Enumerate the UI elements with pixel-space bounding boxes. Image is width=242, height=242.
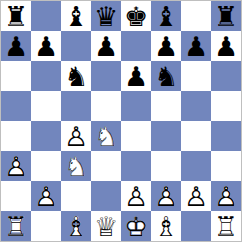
piece-white-pawn[interactable]: ♟♙: [121, 181, 151, 211]
piece-white-pawn[interactable]: ♟♙: [1, 151, 31, 181]
square-c6[interactable]: ♞: [61, 61, 91, 91]
piece-white-bishop[interactable]: ♝♗: [61, 211, 91, 241]
square-d2[interactable]: [91, 181, 121, 211]
square-f4[interactable]: [151, 121, 181, 151]
square-f2[interactable]: ♟♙: [151, 181, 181, 211]
piece-black-pawn[interactable]: ♟: [31, 31, 61, 61]
piece-white-knight[interactable]: ♞♘: [91, 121, 121, 151]
square-c4[interactable]: ♟♙: [61, 121, 91, 151]
piece-outline: ♙: [61, 121, 91, 151]
square-h3[interactable]: [211, 151, 241, 181]
square-b8[interactable]: [31, 1, 61, 31]
piece-black-pawn[interactable]: ♟: [121, 61, 151, 91]
piece-white-king[interactable]: ♚♔: [121, 211, 151, 241]
square-c3[interactable]: ♞♘: [61, 151, 91, 181]
square-c8[interactable]: ♝: [61, 1, 91, 31]
piece-outline: ♘: [91, 121, 121, 151]
piece-outline: ♖: [211, 211, 241, 241]
square-h1[interactable]: ♜♖: [211, 211, 241, 241]
piece-outline: ♙: [31, 181, 61, 211]
square-g1[interactable]: [181, 211, 211, 241]
square-a5[interactable]: [1, 91, 31, 121]
piece-outline: ♙: [151, 181, 181, 211]
square-e7[interactable]: [121, 31, 151, 61]
square-d6[interactable]: [91, 61, 121, 91]
square-g3[interactable]: [181, 151, 211, 181]
square-h5[interactable]: [211, 91, 241, 121]
piece-white-pawn[interactable]: ♟♙: [151, 181, 181, 211]
square-c5[interactable]: [61, 91, 91, 121]
piece-white-pawn[interactable]: ♟♙: [211, 181, 241, 211]
square-b3[interactable]: [31, 151, 61, 181]
square-a7[interactable]: ♟: [1, 31, 31, 61]
piece-black-knight[interactable]: ♞: [151, 61, 181, 91]
piece-white-bishop[interactable]: ♝♗: [151, 211, 181, 241]
piece-outline: ♙: [1, 151, 31, 181]
piece-white-pawn[interactable]: ♟♙: [181, 181, 211, 211]
square-g5[interactable]: [181, 91, 211, 121]
square-e2[interactable]: ♟♙: [121, 181, 151, 211]
piece-black-pawn[interactable]: ♟: [211, 31, 241, 61]
square-f6[interactable]: ♞: [151, 61, 181, 91]
piece-white-knight[interactable]: ♞♘: [61, 151, 91, 181]
piece-black-bishop[interactable]: ♝: [151, 1, 181, 31]
square-e3[interactable]: [121, 151, 151, 181]
piece-black-pawn[interactable]: ♟: [1, 31, 31, 61]
piece-outline: ♖: [1, 211, 31, 241]
square-b2[interactable]: ♟♙: [31, 181, 61, 211]
square-a6[interactable]: [1, 61, 31, 91]
piece-black-king[interactable]: ♚: [121, 1, 151, 31]
square-a8[interactable]: ♜: [1, 1, 31, 31]
piece-outline: ♘: [61, 151, 91, 181]
square-f8[interactable]: ♝: [151, 1, 181, 31]
square-b4[interactable]: [31, 121, 61, 151]
piece-black-pawn[interactable]: ♟: [181, 31, 211, 61]
piece-black-rook[interactable]: ♜: [1, 1, 31, 31]
chess-board: ♜♝♛♚♝♜♟♟♟♟♟♟♞♟♞♟♙♞♘♟♙♞♘♟♙♟♙♟♙♟♙♟♙♜♖♝♗♛♕♚…: [0, 0, 242, 242]
square-b7[interactable]: ♟: [31, 31, 61, 61]
piece-black-bishop[interactable]: ♝: [61, 1, 91, 31]
piece-black-rook[interactable]: ♜: [211, 1, 241, 31]
square-e5[interactable]: [121, 91, 151, 121]
piece-white-pawn[interactable]: ♟♙: [61, 121, 91, 151]
square-g2[interactable]: ♟♙: [181, 181, 211, 211]
square-d5[interactable]: [91, 91, 121, 121]
piece-black-knight[interactable]: ♞: [61, 61, 91, 91]
square-e6[interactable]: ♟: [121, 61, 151, 91]
piece-outline: ♙: [181, 181, 211, 211]
square-c2[interactable]: [61, 181, 91, 211]
square-a2[interactable]: [1, 181, 31, 211]
square-e4[interactable]: [121, 121, 151, 151]
piece-outline: ♗: [61, 211, 91, 241]
piece-white-rook[interactable]: ♜♖: [211, 211, 241, 241]
square-a1[interactable]: ♜♖: [1, 211, 31, 241]
square-h4[interactable]: [211, 121, 241, 151]
piece-black-queen[interactable]: ♛: [91, 1, 121, 31]
piece-black-pawn[interactable]: ♟: [91, 31, 121, 61]
piece-outline: ♙: [211, 181, 241, 211]
square-e1[interactable]: ♚♔: [121, 211, 151, 241]
square-f7[interactable]: ♟: [151, 31, 181, 61]
square-b5[interactable]: [31, 91, 61, 121]
square-d1[interactable]: ♛♕: [91, 211, 121, 241]
square-c7[interactable]: [61, 31, 91, 61]
square-h7[interactable]: ♟: [211, 31, 241, 61]
square-e8[interactable]: ♚: [121, 1, 151, 31]
square-f1[interactable]: ♝♗: [151, 211, 181, 241]
piece-white-pawn[interactable]: ♟♙: [31, 181, 61, 211]
square-h2[interactable]: ♟♙: [211, 181, 241, 211]
square-b1[interactable]: [31, 211, 61, 241]
piece-outline: ♗: [151, 211, 181, 241]
square-d4[interactable]: ♞♘: [91, 121, 121, 151]
square-d7[interactable]: ♟: [91, 31, 121, 61]
chess-board-container: ♜♝♛♚♝♜♟♟♟♟♟♟♞♟♞♟♙♞♘♟♙♞♘♟♙♟♙♟♙♟♙♟♙♜♖♝♗♛♕♚…: [0, 0, 242, 242]
square-g6[interactable]: [181, 61, 211, 91]
piece-outline: ♙: [121, 181, 151, 211]
piece-white-rook[interactable]: ♜♖: [1, 211, 31, 241]
square-d3[interactable]: [91, 151, 121, 181]
piece-outline: ♔: [121, 211, 151, 241]
square-c1[interactable]: ♝♗: [61, 211, 91, 241]
square-f5[interactable]: [151, 91, 181, 121]
square-g7[interactable]: ♟: [181, 31, 211, 61]
square-d8[interactable]: ♛: [91, 1, 121, 31]
square-g4[interactable]: [181, 121, 211, 151]
square-h8[interactable]: ♜: [211, 1, 241, 31]
square-a4[interactable]: [1, 121, 31, 151]
square-b6[interactable]: [31, 61, 61, 91]
square-h6[interactable]: [211, 61, 241, 91]
piece-black-pawn[interactable]: ♟: [151, 31, 181, 61]
piece-outline: ♕: [91, 211, 121, 241]
square-a3[interactable]: ♟♙: [1, 151, 31, 181]
piece-white-queen[interactable]: ♛♕: [91, 211, 121, 241]
square-f3[interactable]: [151, 151, 181, 181]
square-g8[interactable]: [181, 1, 211, 31]
